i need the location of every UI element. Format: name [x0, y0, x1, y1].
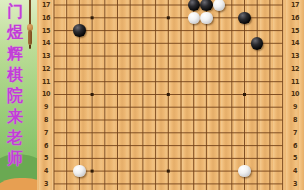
row-label-right-10: 10 [291, 91, 299, 98]
row-label-right-16: 16 [291, 14, 299, 21]
row-label-left-10: 10 [42, 91, 50, 98]
banner-char: 师 [7, 150, 23, 167]
row-label-left-13: 13 [42, 53, 50, 60]
row-label-left-17: 17 [42, 1, 50, 8]
go-board[interactable]: 1717161615151414131312121111101099887766… [0, 0, 304, 190]
row-label-left-4: 4 [44, 168, 48, 175]
banner-char: 辉 [7, 45, 23, 62]
star-point [167, 93, 170, 96]
row-label-left-8: 8 [44, 116, 48, 123]
row-label-right-6: 6 [293, 142, 297, 149]
screenshot-root: 1717161615151414131312121111101099887766… [0, 0, 304, 190]
star-point [91, 93, 94, 96]
star-point [167, 16, 170, 19]
star-point [243, 93, 246, 96]
row-label-left-16: 16 [42, 14, 50, 21]
row-label-left-9: 9 [44, 104, 48, 111]
banner-char: 院 [7, 87, 23, 104]
star-point [91, 170, 94, 173]
branding-panel: 门 煜 辉 棋 院 来 老 师 [0, 0, 37, 190]
row-label-right-11: 11 [291, 78, 299, 85]
banner-char: 棋 [7, 66, 23, 83]
row-label-right-12: 12 [291, 65, 299, 72]
banner-char: 老 [7, 129, 23, 146]
row-label-right-8: 8 [293, 116, 297, 123]
row-label-right-7: 7 [293, 129, 297, 136]
row-label-left-5: 5 [44, 155, 48, 162]
row-label-right-14: 14 [291, 40, 299, 47]
row-label-left-14: 14 [42, 40, 50, 47]
row-label-left-11: 11 [42, 78, 50, 85]
row-label-right-13: 13 [291, 53, 299, 60]
path-graphic [0, 178, 37, 190]
stone-black-R14[interactable] [251, 37, 263, 49]
banner-char: 来 [7, 108, 23, 125]
banner-char: 门 [7, 3, 23, 20]
stone-white-Q4[interactable] [238, 165, 250, 177]
row-label-left-3: 3 [44, 180, 48, 187]
banner-char: 煜 [7, 24, 23, 41]
row-label-left-7: 7 [44, 129, 48, 136]
stone-white-N16[interactable] [200, 12, 212, 24]
row-label-right-17: 17 [291, 1, 299, 8]
row-label-left-15: 15 [42, 27, 50, 34]
row-label-right-9: 9 [293, 104, 297, 111]
row-label-right-15: 15 [291, 27, 299, 34]
hanging-brush-icon [25, 0, 35, 50]
star-point [167, 170, 170, 173]
row-label-right-5: 5 [293, 155, 297, 162]
stone-black-C15[interactable] [73, 24, 85, 36]
row-label-left-12: 12 [42, 65, 50, 72]
stone-black-Q16[interactable] [238, 12, 250, 24]
stone-white-C4[interactable] [73, 165, 85, 177]
row-label-right-3: 3 [293, 180, 297, 187]
star-point [91, 16, 94, 19]
stone-black-N17[interactable] [200, 0, 212, 11]
academy-banner: 门 煜 辉 棋 院 来 老 师 [4, 3, 26, 167]
row-label-right-4: 4 [293, 168, 297, 175]
stone-white-M16[interactable] [188, 12, 200, 24]
row-label-left-6: 6 [44, 142, 48, 149]
